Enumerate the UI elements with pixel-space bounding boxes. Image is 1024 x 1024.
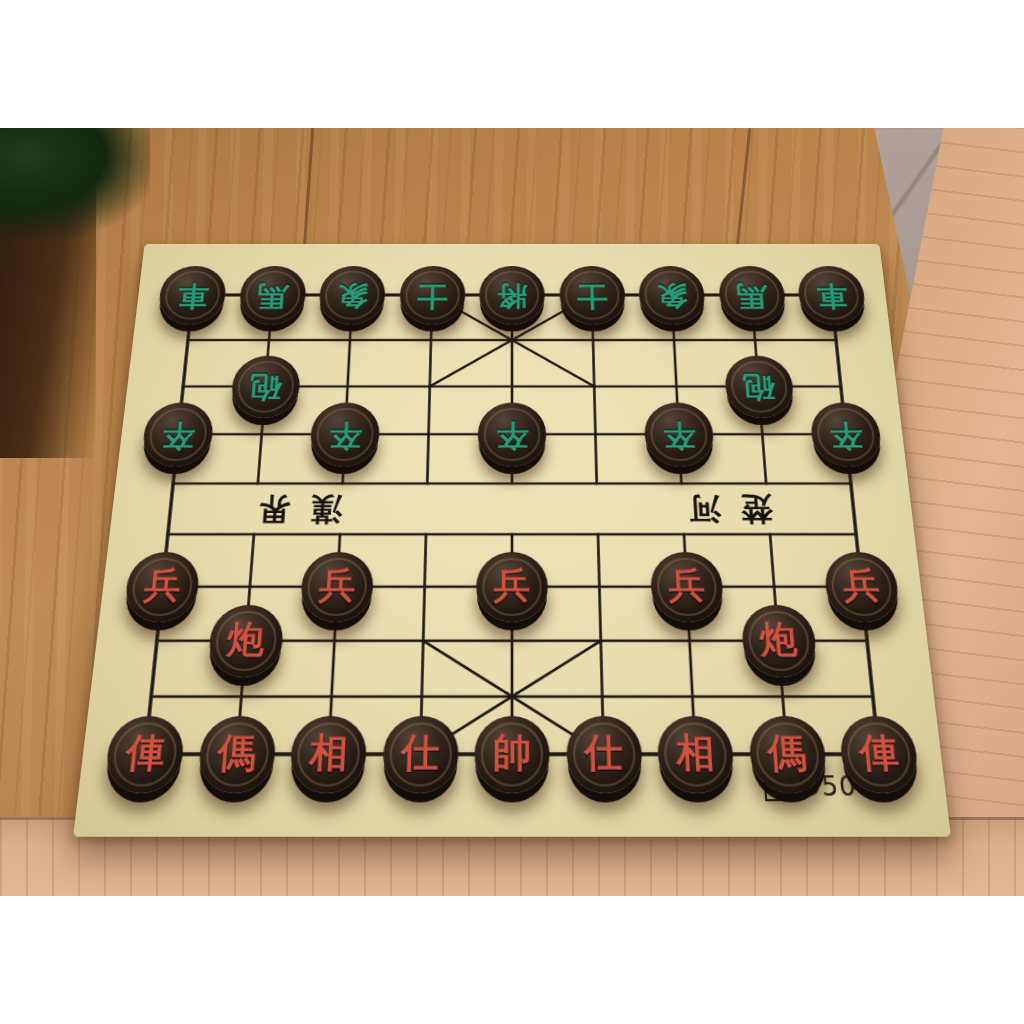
piece-glyph: 車 xyxy=(815,280,849,310)
piece-glyph: 俥 xyxy=(857,733,900,776)
piece-glyph: 士 xyxy=(416,280,448,310)
piece-glyph: 象 xyxy=(336,280,368,310)
piece-green-elephant[interactable]: 象 xyxy=(318,266,386,325)
piece-glyph: 炮 xyxy=(225,621,266,661)
piece-glyph: 車 xyxy=(176,280,210,310)
piece-glyph: 炮 xyxy=(758,621,799,661)
piece-glyph: 傌 xyxy=(216,733,258,776)
piece-green-horse[interactable]: 馬 xyxy=(237,266,307,325)
piece-red-horse[interactable]: 傌 xyxy=(747,716,828,793)
piece-glyph: 帥 xyxy=(493,733,532,776)
piece-green-chariot[interactable]: 車 xyxy=(157,266,228,325)
piece-green-advisor[interactable]: 士 xyxy=(398,266,465,325)
piece-red-advisor[interactable]: 仕 xyxy=(566,716,643,793)
piece-glyph: 相 xyxy=(308,733,349,776)
piece-green-elephant[interactable]: 象 xyxy=(638,266,706,325)
piece-glyph: 卒 xyxy=(496,418,528,451)
piece-red-elephant[interactable]: 相 xyxy=(656,716,735,793)
piece-green-cannon[interactable]: 砲 xyxy=(229,356,301,418)
piece-glyph: 仕 xyxy=(400,733,440,776)
piece-red-soldier[interactable]: 兵 xyxy=(823,552,902,622)
piece-glyph: 仕 xyxy=(584,733,624,776)
piece-glyph: 馬 xyxy=(735,280,768,310)
table-photo: 漢界 楚河 大 Ø50 車馬象士將士象馬車砲砲卒卒卒卒卒兵兵兵兵兵炮炮俥傌相仕帥… xyxy=(0,128,1024,896)
piece-glyph: 傌 xyxy=(766,733,808,776)
piece-glyph: 兵 xyxy=(841,567,882,606)
piece-glyph: 兵 xyxy=(318,567,357,606)
piece-glyph: 卒 xyxy=(662,418,696,451)
piece-green-soldier[interactable]: 卒 xyxy=(478,403,547,467)
piece-green-soldier[interactable]: 卒 xyxy=(809,403,884,467)
plant-foliage xyxy=(0,128,150,238)
piece-glyph: 士 xyxy=(576,280,608,310)
piece-glyph: 兵 xyxy=(142,567,183,606)
piece-red-soldier[interactable]: 兵 xyxy=(299,552,374,622)
piece-glyph: 象 xyxy=(656,280,688,310)
piece-red-soldier[interactable]: 兵 xyxy=(123,552,202,622)
piece-glyph: 兵 xyxy=(493,567,530,606)
piece-green-horse[interactable]: 馬 xyxy=(717,266,787,325)
piece-glyph: 卒 xyxy=(160,418,196,451)
piece-glyph: 俥 xyxy=(124,733,167,776)
piece-red-advisor[interactable]: 仕 xyxy=(381,716,458,793)
piece-red-horse[interactable]: 傌 xyxy=(196,716,277,793)
piece-red-chariot[interactable]: 俥 xyxy=(838,716,921,793)
piece-red-elephant[interactable]: 相 xyxy=(289,716,368,793)
xiangqi-board[interactable]: 漢界 楚河 大 Ø50 車馬象士將士象馬車砲砲卒卒卒卒卒兵兵兵兵兵炮炮俥傌相仕帥… xyxy=(73,244,951,837)
piece-glyph: 兵 xyxy=(667,567,706,606)
piece-green-chariot[interactable]: 車 xyxy=(796,266,867,325)
piece-glyph: 相 xyxy=(675,733,716,776)
piece-green-soldier[interactable]: 卒 xyxy=(309,403,381,467)
piece-red-soldier[interactable]: 兵 xyxy=(650,552,725,622)
piece-glyph: 卒 xyxy=(828,418,864,451)
piece-green-general[interactable]: 將 xyxy=(479,266,545,325)
piece-glyph: 馬 xyxy=(256,280,289,310)
piece-red-cannon[interactable]: 炮 xyxy=(206,605,284,678)
piece-green-soldier[interactable]: 卒 xyxy=(643,403,715,467)
piece-red-cannon[interactable]: 炮 xyxy=(740,605,818,678)
piece-green-soldier[interactable]: 卒 xyxy=(140,403,215,467)
piece-glyph: 卒 xyxy=(328,418,362,451)
piece-red-chariot[interactable]: 俥 xyxy=(103,716,186,793)
piece-glyph: 砲 xyxy=(742,371,776,403)
piece-green-advisor[interactable]: 士 xyxy=(559,266,626,325)
piece-glyph: 砲 xyxy=(248,371,282,403)
piece-red-general[interactable]: 帥 xyxy=(474,716,550,793)
piece-red-soldier[interactable]: 兵 xyxy=(476,552,548,622)
piece-glyph: 將 xyxy=(497,280,528,310)
piece-grid: 車馬象士將士象馬車砲砲卒卒卒卒卒兵兵兵兵兵炮炮俥傌相仕帥仕相傌俥 xyxy=(96,273,928,784)
piece-green-cannon[interactable]: 砲 xyxy=(723,356,795,418)
